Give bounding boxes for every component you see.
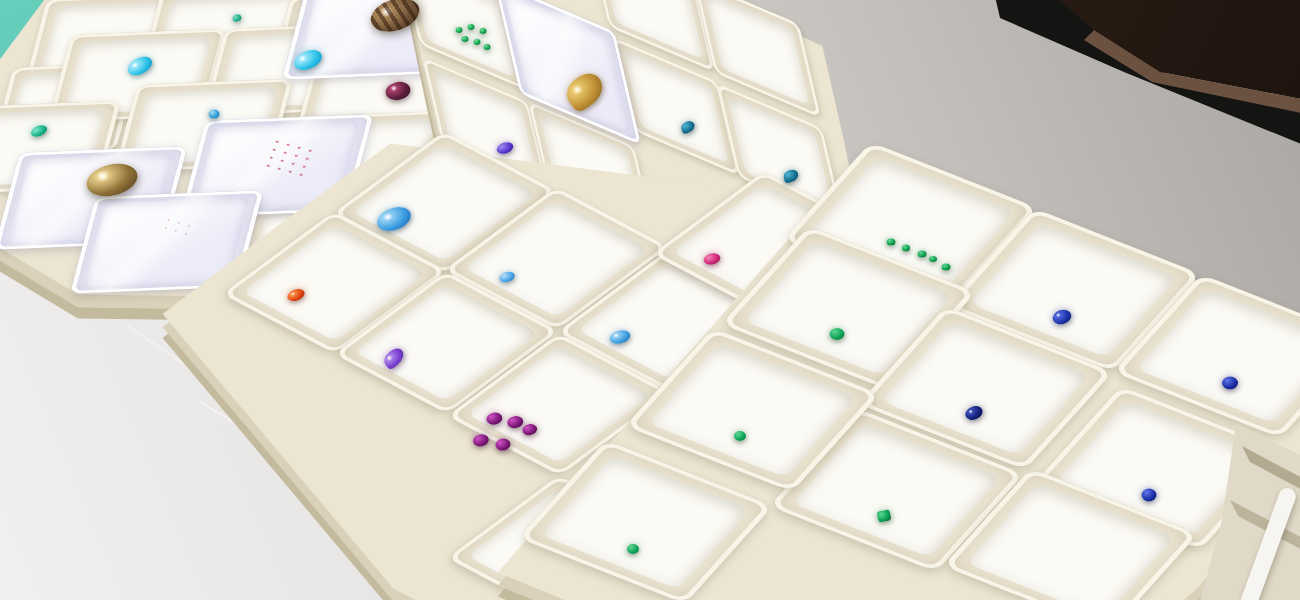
- foam-insert: [84, 197, 250, 286]
- counter-scratch: [200, 402, 330, 481]
- glass-top-gem-box: [70, 190, 264, 294]
- counter-scratch: [127, 325, 202, 377]
- gem-tray-photo: [0, 0, 1300, 600]
